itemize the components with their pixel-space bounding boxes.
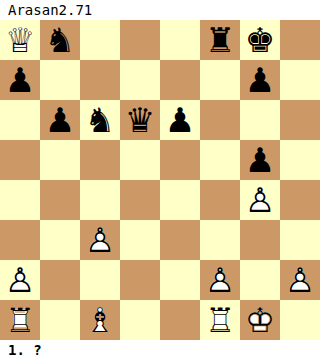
square-c7[interactable]	[80, 60, 120, 100]
square-g7[interactable]: ♟	[240, 60, 280, 100]
piece-white-rook-fill: ♜	[200, 300, 240, 340]
piece-black-pawn: ♟	[40, 100, 80, 140]
piece-black-king: ♚	[240, 20, 280, 60]
square-a2[interactable]: ♟♙	[0, 260, 40, 300]
square-f2[interactable]: ♟♙	[200, 260, 240, 300]
square-f4[interactable]	[200, 180, 240, 220]
square-e7[interactable]	[160, 60, 200, 100]
square-h8[interactable]	[280, 20, 320, 60]
square-d3[interactable]	[120, 220, 160, 260]
piece-black-pawn: ♟	[240, 60, 280, 100]
piece-white-pawn-fill: ♟	[0, 260, 40, 300]
piece-white-bishop-fill: ♝	[80, 300, 120, 340]
move-prompt-bar: 1. ?	[0, 340, 320, 360]
piece-white-pawn: ♙	[280, 260, 320, 300]
square-b2[interactable]	[40, 260, 80, 300]
piece-white-queen-fill: ♛	[0, 20, 40, 60]
square-e3[interactable]	[160, 220, 200, 260]
square-g5[interactable]: ♟	[240, 140, 280, 180]
piece-black-pawn: ♟	[0, 60, 40, 100]
square-h6[interactable]	[280, 100, 320, 140]
square-f3[interactable]	[200, 220, 240, 260]
square-b1[interactable]	[40, 300, 80, 340]
square-g3[interactable]	[240, 220, 280, 260]
piece-black-pawn: ♟	[160, 100, 200, 140]
piece-white-pawn-fill: ♟	[280, 260, 320, 300]
piece-black-pawn: ♟	[240, 140, 280, 180]
square-a1[interactable]: ♜♖	[0, 300, 40, 340]
square-e8[interactable]	[160, 20, 200, 60]
square-f8[interactable]: ♜	[200, 20, 240, 60]
square-h1[interactable]	[280, 300, 320, 340]
square-a3[interactable]	[0, 220, 40, 260]
engine-title-bar: Arasan2.71	[0, 0, 320, 20]
piece-black-knight: ♞	[80, 100, 120, 140]
square-h2[interactable]: ♟♙	[280, 260, 320, 300]
piece-white-pawn-fill: ♟	[240, 180, 280, 220]
piece-white-bishop: ♗	[80, 300, 120, 340]
square-g2[interactable]	[240, 260, 280, 300]
square-b4[interactable]	[40, 180, 80, 220]
piece-white-king: ♔	[240, 300, 280, 340]
square-b6[interactable]: ♟	[40, 100, 80, 140]
square-e5[interactable]	[160, 140, 200, 180]
piece-white-pawn: ♙	[240, 180, 280, 220]
square-f1[interactable]: ♜♖	[200, 300, 240, 340]
piece-white-queen: ♕	[0, 20, 40, 60]
square-c1[interactable]: ♝♗	[80, 300, 120, 340]
square-b5[interactable]	[40, 140, 80, 180]
move-prompt: 1. ?	[8, 342, 42, 358]
square-a5[interactable]	[0, 140, 40, 180]
square-c4[interactable]	[80, 180, 120, 220]
square-e2[interactable]	[160, 260, 200, 300]
square-a4[interactable]	[0, 180, 40, 220]
piece-black-knight: ♞	[40, 20, 80, 60]
square-b3[interactable]	[40, 220, 80, 260]
square-d8[interactable]	[120, 20, 160, 60]
square-e4[interactable]	[160, 180, 200, 220]
chess-board: ♛♕♞♜♚♟♟♟♞♛♟♟♟♙♟♙♟♙♟♙♟♙♜♖♝♗♜♖♚♔	[0, 20, 320, 340]
square-h4[interactable]	[280, 180, 320, 220]
square-b8[interactable]: ♞	[40, 20, 80, 60]
square-d7[interactable]	[120, 60, 160, 100]
square-d6[interactable]: ♛	[120, 100, 160, 140]
engine-title: Arasan2.71	[8, 2, 92, 18]
square-c8[interactable]	[80, 20, 120, 60]
piece-black-rook: ♜	[200, 20, 240, 60]
piece-white-king-fill: ♚	[240, 300, 280, 340]
square-d2[interactable]	[120, 260, 160, 300]
square-g4[interactable]: ♟♙	[240, 180, 280, 220]
square-g1[interactable]: ♚♔	[240, 300, 280, 340]
square-h7[interactable]	[280, 60, 320, 100]
piece-black-queen: ♛	[120, 100, 160, 140]
square-b7[interactable]	[40, 60, 80, 100]
square-f5[interactable]	[200, 140, 240, 180]
piece-white-rook-fill: ♜	[0, 300, 40, 340]
square-a7[interactable]: ♟	[0, 60, 40, 100]
piece-white-pawn: ♙	[0, 260, 40, 300]
piece-white-pawn: ♙	[200, 260, 240, 300]
square-a8[interactable]: ♛♕	[0, 20, 40, 60]
square-f6[interactable]	[200, 100, 240, 140]
square-g8[interactable]: ♚	[240, 20, 280, 60]
square-h5[interactable]	[280, 140, 320, 180]
square-h3[interactable]	[280, 220, 320, 260]
square-d4[interactable]	[120, 180, 160, 220]
square-c2[interactable]	[80, 260, 120, 300]
square-g6[interactable]	[240, 100, 280, 140]
piece-white-rook: ♖	[0, 300, 40, 340]
piece-white-pawn-fill: ♟	[80, 220, 120, 260]
piece-white-pawn: ♙	[80, 220, 120, 260]
piece-white-rook: ♖	[200, 300, 240, 340]
piece-white-pawn-fill: ♟	[200, 260, 240, 300]
square-d1[interactable]	[120, 300, 160, 340]
square-f7[interactable]	[200, 60, 240, 100]
square-c3[interactable]: ♟♙	[80, 220, 120, 260]
square-e1[interactable]	[160, 300, 200, 340]
square-c6[interactable]: ♞	[80, 100, 120, 140]
square-a6[interactable]	[0, 100, 40, 140]
square-e6[interactable]: ♟	[160, 100, 200, 140]
square-c5[interactable]	[80, 140, 120, 180]
square-d5[interactable]	[120, 140, 160, 180]
